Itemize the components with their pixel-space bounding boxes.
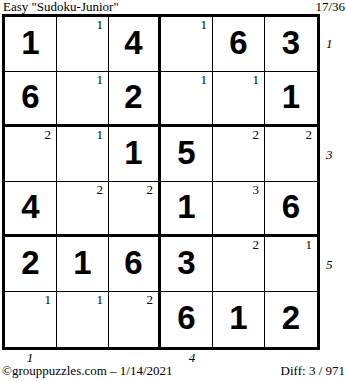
cell-r2c4[interactable]: 1 — [161, 72, 213, 127]
cell-value: 2 — [265, 292, 317, 347]
cell-value: 1 — [213, 292, 264, 347]
sudoku-board: 114163612111211522422136216321112612 — [2, 14, 320, 350]
cell-value: 2 — [5, 237, 56, 291]
cell-r5c1[interactable]: 2 — [5, 237, 57, 292]
cell-r1c6[interactable]: 3 — [265, 17, 317, 72]
pencil-mark: 2 — [147, 182, 154, 197]
pencil-mark: 1 — [97, 72, 104, 87]
pencil-mark: 1 — [253, 72, 260, 87]
copyright-text: ©grouppuzzles.com – 1/14/2021 — [2, 363, 173, 379]
cell-value: 6 — [5, 72, 56, 124]
cell-r5c4[interactable]: 3 — [161, 237, 213, 292]
cell-r4c3[interactable]: 2 — [109, 182, 161, 237]
pencil-mark: 2 — [147, 292, 154, 307]
cell-value: 1 — [109, 127, 158, 181]
cell-r5c2[interactable]: 1 — [57, 237, 109, 292]
pencil-mark: 2 — [253, 127, 260, 142]
cell-value: 4 — [109, 17, 158, 71]
cell-r2c2[interactable]: 1 — [57, 72, 109, 127]
puzzle-title: Easy "Sudoku-Junior" — [3, 0, 119, 15]
pencil-mark: 1 — [45, 292, 52, 307]
difficulty-text: Diff: 3 / 971 — [281, 363, 345, 379]
cell-value: 6 — [109, 237, 158, 291]
cell-value: 3 — [161, 237, 212, 291]
cell-r6c2[interactable]: 1 — [57, 292, 109, 347]
row-label-3: 3 — [326, 147, 344, 163]
puzzle-page: Easy "Sudoku-Junior" 17/36 1141636121112… — [0, 0, 347, 381]
cell-r4c6[interactable]: 6 — [265, 182, 317, 237]
pencil-mark: 1 — [97, 292, 104, 307]
cell-r6c1[interactable]: 1 — [5, 292, 57, 347]
cell-r4c4[interactable]: 1 — [161, 182, 213, 237]
cell-value: 1 — [265, 72, 317, 124]
cell-r5c3[interactable]: 6 — [109, 237, 161, 292]
pencil-mark: 3 — [253, 182, 260, 197]
cell-r3c4[interactable]: 5 — [161, 127, 213, 182]
cell-r6c6[interactable]: 2 — [265, 292, 317, 347]
cell-value: 5 — [161, 127, 212, 181]
cell-r5c5[interactable]: 2 — [213, 237, 265, 292]
cell-r3c6[interactable]: 2 — [265, 127, 317, 182]
cell-r4c5[interactable]: 3 — [213, 182, 265, 237]
cell-r2c1[interactable]: 6 — [5, 72, 57, 127]
cell-value: 6 — [213, 17, 264, 71]
cell-r1c1[interactable]: 1 — [5, 17, 57, 72]
pencil-mark: 2 — [45, 127, 52, 142]
cell-r2c3[interactable]: 2 — [109, 72, 161, 127]
pencil-mark: 2 — [253, 237, 260, 252]
row-label-1: 1 — [326, 36, 344, 52]
cell-value: 3 — [265, 17, 317, 71]
cell-r3c5[interactable]: 2 — [213, 127, 265, 182]
cell-value: 6 — [265, 182, 317, 234]
pencil-mark: 1 — [306, 237, 313, 252]
cell-r4c1[interactable]: 4 — [5, 182, 57, 237]
cell-r2c6[interactable]: 1 — [265, 72, 317, 127]
pencil-mark: 2 — [306, 127, 313, 142]
cell-r1c3[interactable]: 4 — [109, 17, 161, 72]
cell-value: 6 — [161, 292, 212, 347]
progress-counter: 17/36 — [315, 0, 345, 15]
pencil-mark: 1 — [201, 17, 208, 32]
pencil-mark: 1 — [97, 127, 104, 142]
cell-r6c3[interactable]: 2 — [109, 292, 161, 347]
cell-r6c5[interactable]: 1 — [213, 292, 265, 347]
pencil-mark: 1 — [201, 72, 208, 87]
cell-value: 4 — [5, 182, 56, 234]
cell-r1c2[interactable]: 1 — [57, 17, 109, 72]
cell-r3c1[interactable]: 2 — [5, 127, 57, 182]
cell-r5c6[interactable]: 1 — [265, 237, 317, 292]
cell-r3c3[interactable]: 1 — [109, 127, 161, 182]
row-label-5: 5 — [326, 257, 344, 273]
cell-value: 1 — [5, 17, 56, 71]
cell-r6c4[interactable]: 6 — [161, 292, 213, 347]
cell-r1c4[interactable]: 1 — [161, 17, 213, 72]
cell-value: 1 — [57, 237, 108, 291]
cell-r4c2[interactable]: 2 — [57, 182, 109, 237]
cell-r1c5[interactable]: 6 — [213, 17, 265, 72]
cell-r2c5[interactable]: 1 — [213, 72, 265, 127]
pencil-mark: 1 — [97, 17, 104, 32]
cell-value: 2 — [109, 72, 158, 124]
cell-value: 1 — [161, 182, 212, 234]
pencil-mark: 2 — [97, 182, 104, 197]
cell-r3c2[interactable]: 1 — [57, 127, 109, 182]
col-label-4: 4 — [182, 350, 202, 366]
